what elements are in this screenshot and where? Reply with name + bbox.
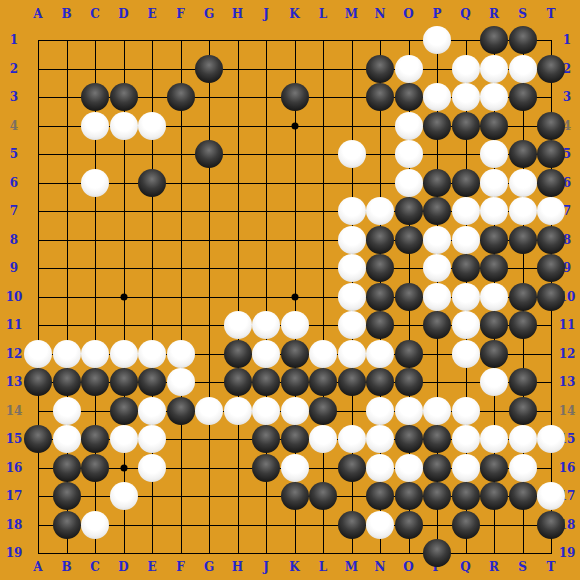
row-label-left-6: 6 <box>10 177 18 189</box>
stone-white[interactable] <box>452 55 480 83</box>
stone-black[interactable] <box>537 169 565 197</box>
stone-black[interactable] <box>423 311 451 339</box>
stone-white[interactable] <box>366 197 394 225</box>
col-label-top-B: B <box>61 8 71 20</box>
stone-black[interactable] <box>509 311 537 339</box>
stone-black[interactable] <box>195 140 223 168</box>
stone-black[interactable] <box>195 55 223 83</box>
stone-black[interactable] <box>138 169 166 197</box>
col-label-bottom-K: K <box>289 561 299 573</box>
col-label-bottom-A: A <box>33 561 42 573</box>
stone-black[interactable] <box>509 397 537 425</box>
stone-black[interactable] <box>480 26 508 54</box>
stone-black[interactable] <box>509 140 537 168</box>
col-label-bottom-L: L <box>319 561 327 573</box>
stone-black[interactable] <box>480 226 508 254</box>
col-label-top-S: S <box>518 8 527 20</box>
stone-black[interactable] <box>309 482 337 510</box>
star-point-D16 <box>120 464 127 471</box>
stone-black[interactable] <box>53 368 81 396</box>
col-label-top-N: N <box>375 8 386 20</box>
stone-black[interactable] <box>252 425 280 453</box>
stone-white[interactable] <box>452 197 480 225</box>
stone-white[interactable] <box>366 397 394 425</box>
col-label-bottom-J: J <box>263 561 269 573</box>
stone-black[interactable] <box>81 454 109 482</box>
col-label-top-L: L <box>319 8 327 20</box>
col-label-bottom-S: S <box>518 561 527 573</box>
col-label-bottom-Q: Q <box>460 561 470 573</box>
stone-white[interactable] <box>395 169 423 197</box>
stone-black[interactable] <box>281 83 309 111</box>
stone-white[interactable] <box>423 26 451 54</box>
stone-white[interactable] <box>452 283 480 311</box>
stone-white[interactable] <box>452 425 480 453</box>
row-label-left-9: 9 <box>10 262 18 274</box>
stone-white[interactable] <box>480 425 508 453</box>
stone-white[interactable] <box>167 368 195 396</box>
stone-white[interactable] <box>338 254 366 282</box>
stone-black[interactable] <box>24 425 52 453</box>
stone-black[interactable] <box>509 226 537 254</box>
stone-white[interactable] <box>423 83 451 111</box>
stone-black[interactable] <box>281 340 309 368</box>
col-label-bottom-F: F <box>176 561 185 573</box>
col-label-bottom-G: G <box>204 561 214 573</box>
stone-white[interactable] <box>138 397 166 425</box>
stone-white[interactable] <box>480 55 508 83</box>
stone-black[interactable] <box>423 169 451 197</box>
stone-black[interactable] <box>452 482 480 510</box>
stone-white[interactable] <box>281 454 309 482</box>
row-label-right-16: 16 <box>559 462 576 474</box>
stone-white[interactable] <box>395 112 423 140</box>
stone-black[interactable] <box>452 511 480 539</box>
stone-white[interactable] <box>281 311 309 339</box>
stone-white[interactable] <box>110 112 138 140</box>
stone-black[interactable] <box>110 397 138 425</box>
col-label-top-E: E <box>147 8 156 20</box>
stone-white[interactable] <box>138 340 166 368</box>
stone-black[interactable] <box>110 83 138 111</box>
stone-white[interactable] <box>338 283 366 311</box>
stone-white[interactable] <box>195 397 223 425</box>
go-board[interactable]: ABCDEFGHJKLMNOPQRST ABCDEFGHJKLMNOPQRST … <box>0 0 580 580</box>
stone-white[interactable] <box>509 197 537 225</box>
col-label-top-R: R <box>489 8 499 20</box>
stone-black[interactable] <box>423 454 451 482</box>
stone-black[interactable] <box>509 83 537 111</box>
stone-black[interactable] <box>395 83 423 111</box>
stone-white[interactable] <box>423 397 451 425</box>
stone-black[interactable] <box>452 254 480 282</box>
stone-white[interactable] <box>395 55 423 83</box>
stone-white[interactable] <box>338 140 366 168</box>
stone-black[interactable] <box>423 539 451 567</box>
stone-black[interactable] <box>537 55 565 83</box>
stone-black[interactable] <box>509 368 537 396</box>
stone-white[interactable] <box>395 397 423 425</box>
stone-white[interactable] <box>281 397 309 425</box>
stone-black[interactable] <box>167 397 195 425</box>
stone-white[interactable] <box>509 169 537 197</box>
stone-black[interactable] <box>480 482 508 510</box>
stone-white[interactable] <box>81 511 109 539</box>
grid-line-vertical <box>323 40 324 554</box>
col-label-bottom-T: T <box>547 561 556 573</box>
stone-white[interactable] <box>338 425 366 453</box>
stone-black[interactable] <box>366 283 394 311</box>
stone-white[interactable] <box>537 425 565 453</box>
row-label-right-12: 12 <box>559 348 576 360</box>
stone-white[interactable] <box>452 311 480 339</box>
stone-white[interactable] <box>110 425 138 453</box>
stone-black[interactable] <box>395 482 423 510</box>
stone-white[interactable] <box>537 197 565 225</box>
stone-white[interactable] <box>338 226 366 254</box>
stone-black[interactable] <box>110 368 138 396</box>
stone-white[interactable] <box>452 226 480 254</box>
stone-black[interactable] <box>252 368 280 396</box>
stone-black[interactable] <box>395 197 423 225</box>
stone-black[interactable] <box>480 112 508 140</box>
stone-white[interactable] <box>423 254 451 282</box>
stone-black[interactable] <box>24 368 52 396</box>
stone-black[interactable] <box>81 425 109 453</box>
stone-white[interactable] <box>338 197 366 225</box>
stone-white[interactable] <box>480 283 508 311</box>
row-label-right-11: 11 <box>559 319 576 331</box>
stone-white[interactable] <box>366 425 394 453</box>
stone-white[interactable] <box>366 511 394 539</box>
stone-white[interactable] <box>423 226 451 254</box>
stone-white[interactable] <box>309 425 337 453</box>
stone-white[interactable] <box>24 340 52 368</box>
stone-black[interactable] <box>366 311 394 339</box>
stone-white[interactable] <box>452 454 480 482</box>
stone-white[interactable] <box>480 197 508 225</box>
stone-black[interactable] <box>167 83 195 111</box>
row-label-right-14: 14 <box>559 405 576 417</box>
stone-black[interactable] <box>224 340 252 368</box>
stone-white[interactable] <box>423 283 451 311</box>
stone-black[interactable] <box>53 454 81 482</box>
row-label-right-13: 13 <box>559 376 576 388</box>
stone-white[interactable] <box>110 482 138 510</box>
stone-black[interactable] <box>224 368 252 396</box>
col-label-top-G: G <box>204 8 214 20</box>
col-label-bottom-R: R <box>489 561 499 573</box>
stone-black[interactable] <box>53 482 81 510</box>
stone-white[interactable] <box>452 340 480 368</box>
row-label-left-2: 2 <box>10 63 18 75</box>
stone-white[interactable] <box>509 55 537 83</box>
row-label-left-14: 14 <box>6 405 23 417</box>
stone-black[interactable] <box>537 283 565 311</box>
stone-white[interactable] <box>53 397 81 425</box>
star-point-D10 <box>120 293 127 300</box>
stone-white[interactable] <box>224 311 252 339</box>
stone-white[interactable] <box>395 140 423 168</box>
stone-white[interactable] <box>509 425 537 453</box>
row-label-right-19: 19 <box>559 547 576 559</box>
stone-black[interactable] <box>537 112 565 140</box>
stone-black[interactable] <box>509 26 537 54</box>
stone-black[interactable] <box>53 511 81 539</box>
stone-black[interactable] <box>423 482 451 510</box>
stone-black[interactable] <box>366 83 394 111</box>
row-label-right-3: 3 <box>563 91 571 103</box>
row-label-left-17: 17 <box>6 490 23 502</box>
stone-white[interactable] <box>252 311 280 339</box>
row-label-left-8: 8 <box>10 234 18 246</box>
stone-white[interactable] <box>480 140 508 168</box>
col-label-bottom-M: M <box>345 561 358 573</box>
stone-black[interactable] <box>423 112 451 140</box>
stone-black[interactable] <box>338 368 366 396</box>
stone-black[interactable] <box>338 511 366 539</box>
stone-black[interactable] <box>480 311 508 339</box>
row-label-left-4: 4 <box>10 120 18 132</box>
stone-black[interactable] <box>537 254 565 282</box>
stone-black[interactable] <box>366 254 394 282</box>
stone-white[interactable] <box>509 454 537 482</box>
col-label-top-T: T <box>547 8 556 20</box>
row-label-left-15: 15 <box>6 433 23 445</box>
star-point-K10 <box>291 293 298 300</box>
stone-white[interactable] <box>480 169 508 197</box>
col-label-top-F: F <box>176 8 185 20</box>
row-label-left-18: 18 <box>6 519 23 531</box>
stone-black[interactable] <box>252 454 280 482</box>
row-label-left-7: 7 <box>10 205 18 217</box>
row-label-left-5: 5 <box>10 148 18 160</box>
stone-white[interactable] <box>224 397 252 425</box>
stone-black[interactable] <box>452 112 480 140</box>
stone-black[interactable] <box>395 511 423 539</box>
stone-black[interactable] <box>537 511 565 539</box>
stone-black[interactable] <box>480 454 508 482</box>
stone-black[interactable] <box>281 425 309 453</box>
row-label-left-1: 1 <box>10 34 18 46</box>
stone-black[interactable] <box>423 425 451 453</box>
stone-black[interactable] <box>366 368 394 396</box>
col-label-top-M: M <box>345 8 358 20</box>
col-label-bottom-E: E <box>147 561 156 573</box>
row-label-left-10: 10 <box>6 291 23 303</box>
stone-white[interactable] <box>480 83 508 111</box>
stone-black[interactable] <box>452 169 480 197</box>
col-label-top-D: D <box>118 8 128 20</box>
star-point-K4 <box>291 122 298 129</box>
stone-white[interactable] <box>309 340 337 368</box>
stone-white[interactable] <box>81 340 109 368</box>
stone-black[interactable] <box>366 55 394 83</box>
stone-black[interactable] <box>395 283 423 311</box>
stone-black[interactable] <box>395 226 423 254</box>
stone-black[interactable] <box>81 83 109 111</box>
col-label-bottom-H: H <box>232 561 243 573</box>
col-label-bottom-C: C <box>90 561 100 573</box>
col-label-top-O: O <box>403 8 413 20</box>
col-label-top-P: P <box>432 8 441 20</box>
stone-black[interactable] <box>423 197 451 225</box>
stone-black[interactable] <box>537 226 565 254</box>
stone-black[interactable] <box>281 368 309 396</box>
stone-white[interactable] <box>338 311 366 339</box>
stone-white[interactable] <box>252 397 280 425</box>
stone-black[interactable] <box>537 140 565 168</box>
stone-black[interactable] <box>480 340 508 368</box>
stone-black[interactable] <box>395 340 423 368</box>
stone-black[interactable] <box>366 226 394 254</box>
stone-black[interactable] <box>338 454 366 482</box>
col-label-top-H: H <box>232 8 243 20</box>
row-label-left-13: 13 <box>6 376 23 388</box>
stone-white[interactable] <box>81 169 109 197</box>
stone-white[interactable] <box>53 425 81 453</box>
col-label-top-A: A <box>33 8 42 20</box>
row-label-left-11: 11 <box>6 319 23 331</box>
col-label-top-Q: Q <box>460 8 470 20</box>
stone-white[interactable] <box>366 454 394 482</box>
stone-black[interactable] <box>281 482 309 510</box>
col-label-bottom-O: O <box>403 561 413 573</box>
row-label-right-1: 1 <box>563 34 571 46</box>
col-label-top-J: J <box>263 8 269 20</box>
row-label-left-19: 19 <box>6 547 23 559</box>
stone-black[interactable] <box>309 397 337 425</box>
row-label-left-3: 3 <box>10 91 18 103</box>
stone-white[interactable] <box>252 340 280 368</box>
stone-white[interactable] <box>452 397 480 425</box>
col-label-bottom-N: N <box>375 561 386 573</box>
stone-black[interactable] <box>480 254 508 282</box>
col-label-top-C: C <box>90 8 100 20</box>
stone-white[interactable] <box>138 425 166 453</box>
grid-line-horizontal <box>38 553 552 554</box>
stone-white[interactable] <box>81 112 109 140</box>
stone-black[interactable] <box>366 482 394 510</box>
stone-black[interactable] <box>309 368 337 396</box>
row-label-left-16: 16 <box>6 462 23 474</box>
stone-black[interactable] <box>81 368 109 396</box>
stone-black[interactable] <box>138 368 166 396</box>
stone-white[interactable] <box>53 340 81 368</box>
stone-white[interactable] <box>537 482 565 510</box>
stone-white[interactable] <box>167 340 195 368</box>
stone-black[interactable] <box>395 368 423 396</box>
col-label-bottom-D: D <box>118 561 128 573</box>
stone-white[interactable] <box>110 340 138 368</box>
stone-black[interactable] <box>509 482 537 510</box>
stone-white[interactable] <box>452 83 480 111</box>
row-label-left-12: 12 <box>6 348 23 360</box>
col-label-bottom-B: B <box>61 561 71 573</box>
stone-black[interactable] <box>395 425 423 453</box>
stone-white[interactable] <box>338 340 366 368</box>
stone-black[interactable] <box>509 283 537 311</box>
stone-white[interactable] <box>480 368 508 396</box>
stone-white[interactable] <box>138 454 166 482</box>
stone-white[interactable] <box>138 112 166 140</box>
col-label-top-K: K <box>289 8 299 20</box>
stone-white[interactable] <box>366 340 394 368</box>
stone-white[interactable] <box>395 454 423 482</box>
